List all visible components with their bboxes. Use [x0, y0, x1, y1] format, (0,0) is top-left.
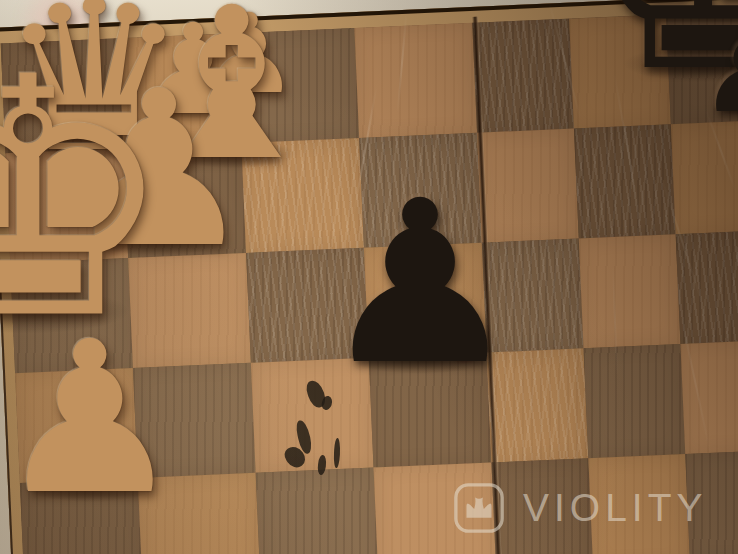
watermark-text: VIOLITY — [523, 486, 708, 530]
black-pawn: ♟ — [319, 171, 521, 396]
chessboard-photo: ♚♛♝♟♟♟♟♟♚♟ VIOLITY — [0, 0, 738, 554]
black-piece-edge: ♟ — [698, 10, 738, 130]
crown-icon — [452, 481, 506, 535]
pieces-layer: ♚♛♝♟♟♟♟♟♚♟ — [0, 0, 738, 554]
white-pawn-4: ♟ — [0, 314, 184, 524]
watermark: VIOLITY — [452, 481, 708, 535]
